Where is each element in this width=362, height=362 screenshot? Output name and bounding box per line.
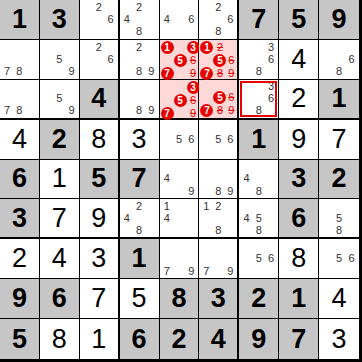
candidate-slot-2 bbox=[333, 200, 346, 212]
candidate-slot-3 bbox=[224, 240, 236, 252]
candidate-slot-5 bbox=[93, 53, 105, 65]
candidate-5: 5 bbox=[256, 213, 262, 224]
cell-r4c9[interactable]: 7 bbox=[319, 120, 359, 160]
candidate-slot-8: 8 bbox=[133, 224, 145, 236]
cell-r8c2[interactable]: 6 bbox=[40, 279, 80, 319]
candidate-slot-9 bbox=[224, 145, 236, 157]
cell-r2c6[interactable]: 1256789 bbox=[199, 40, 239, 80]
candidate-slot-2 bbox=[13, 41, 25, 53]
cell-r2c3[interactable]: 26 bbox=[80, 40, 120, 80]
candidate-8: 8 bbox=[136, 66, 142, 77]
cell-r4c3[interactable]: 8 bbox=[80, 120, 120, 160]
candidate-slot-3 bbox=[345, 200, 358, 212]
candidate-slot-9 bbox=[185, 224, 197, 236]
candidate-9: 9 bbox=[69, 105, 75, 116]
candidate-grid: 89 bbox=[120, 80, 159, 118]
candidate-6: 6 bbox=[188, 134, 194, 145]
candidate-slot-8: 8 bbox=[333, 65, 346, 77]
candidate-slot-4: 4 bbox=[240, 212, 252, 224]
candidate-slot-8: 8 bbox=[133, 105, 145, 117]
candidate-slot-2: 2 bbox=[93, 1, 105, 13]
candidate-slot-5: 5 bbox=[174, 94, 187, 107]
candidate-slot-5 bbox=[133, 53, 145, 65]
candidate-4: 4 bbox=[124, 213, 130, 224]
candidate-slot-4: 4 bbox=[121, 13, 133, 25]
given-digit: 5 bbox=[91, 165, 106, 192]
candidate-slot-9 bbox=[265, 185, 277, 197]
cell-r8c8[interactable]: 1 bbox=[279, 279, 319, 319]
candidate-6: 6 bbox=[227, 134, 233, 145]
candidate-slot-9: 9 bbox=[145, 105, 157, 117]
candidate-6: 6 bbox=[227, 14, 233, 25]
candidate-slot-2: 2 bbox=[212, 200, 224, 212]
candidate-slot-1: 1 bbox=[161, 200, 173, 212]
cell-r2c5[interactable]: 135679 bbox=[160, 40, 200, 80]
candidate-slot-1 bbox=[200, 1, 212, 13]
candidate-7: 7 bbox=[4, 66, 10, 77]
candidate-slot-8: 8 bbox=[13, 105, 25, 117]
cell-r6c5[interactable]: 14 bbox=[160, 199, 200, 239]
candidate-slot-8: 8 bbox=[13, 65, 25, 77]
candidate-slot-3 bbox=[224, 161, 236, 173]
cell-r2c4[interactable]: 289 bbox=[120, 40, 160, 80]
cell-r4c1[interactable]: 4 bbox=[0, 120, 40, 160]
candidate-slot-2: 2 bbox=[212, 1, 224, 13]
cell-r9c7[interactable]: 9 bbox=[239, 319, 279, 359]
solved-digit: 3 bbox=[91, 245, 106, 272]
candidate-slot-7 bbox=[121, 26, 133, 38]
candidate-slot-7: 7 bbox=[1, 105, 13, 117]
candidate-grid: 26 bbox=[80, 0, 118, 39]
candidate-slot-9 bbox=[345, 265, 358, 277]
candidate-slot-6: 6 bbox=[187, 54, 200, 67]
candidate-slot-7 bbox=[161, 145, 173, 157]
cell-r6c8[interactable]: 6 bbox=[279, 199, 319, 239]
candidate-slot-8 bbox=[53, 65, 65, 77]
candidate-slot-6 bbox=[224, 173, 236, 185]
candidate-slot-5: 5 bbox=[333, 212, 346, 224]
cell-r1c3[interactable]: 26 bbox=[80, 0, 120, 40]
candidate-slot-3 bbox=[224, 1, 236, 13]
cell-r4c5[interactable]: 56 bbox=[160, 120, 200, 160]
candidate-slot-7 bbox=[81, 65, 93, 77]
cell-r6c1[interactable]: 3 bbox=[0, 199, 40, 239]
candidate-6-eliminated: 6 bbox=[228, 92, 234, 103]
cell-r4c8[interactable]: 9 bbox=[279, 120, 319, 160]
candidate-slot-2 bbox=[53, 41, 65, 53]
candidate-slot-1 bbox=[1, 41, 13, 53]
candidate-grid: 78 bbox=[0, 40, 39, 79]
candidate-3-circled: 3 bbox=[187, 41, 200, 54]
cell-r3c6[interactable]: 56789 bbox=[199, 80, 239, 120]
candidate-slot-5 bbox=[173, 212, 185, 224]
candidate-slot-1 bbox=[200, 121, 212, 133]
candidate-slot-4: 4 bbox=[161, 13, 173, 25]
candidate-slot-8: 8 bbox=[212, 224, 224, 236]
candidate-6: 6 bbox=[108, 54, 114, 65]
candidate-slot-8 bbox=[53, 105, 65, 117]
candidate-1-circled: 1 bbox=[161, 41, 174, 54]
solved-digit: 4 bbox=[291, 46, 306, 73]
candidate-grid: 58 bbox=[319, 199, 359, 237]
candidate-slot-1 bbox=[320, 240, 333, 252]
candidate-2-eliminated: 2 bbox=[217, 42, 223, 53]
candidate-4: 4 bbox=[164, 14, 170, 25]
cell-r8c5[interactable]: 8 bbox=[160, 279, 200, 319]
candidate-slot-6 bbox=[265, 212, 277, 224]
candidate-slot-2: 2 bbox=[133, 200, 145, 212]
candidate-slot-3 bbox=[65, 81, 77, 93]
candidate-slot-7: 7 bbox=[1, 65, 13, 77]
cell-r2c7[interactable]: 368 bbox=[239, 40, 279, 80]
candidate-slot-4 bbox=[161, 54, 174, 67]
candidate-slot-5: 5 bbox=[213, 91, 226, 104]
given-digit: 1 bbox=[332, 85, 347, 112]
solved-digit: 7 bbox=[91, 285, 106, 312]
cell-r5c4[interactable]: 7 bbox=[120, 160, 160, 200]
cell-r9c5[interactable]: 2 bbox=[160, 319, 200, 359]
candidate-slot-9 bbox=[26, 65, 38, 77]
candidate-slot-8: 8 bbox=[213, 67, 226, 80]
cell-r9c8[interactable]: 7 bbox=[279, 319, 319, 359]
cell-r5c9[interactable]: 2 bbox=[319, 160, 359, 200]
cell-r8c9[interactable]: 4 bbox=[319, 279, 359, 319]
given-digit: 6 bbox=[12, 165, 27, 192]
candidate-slot-6: 6 bbox=[185, 13, 197, 25]
candidate-slot-3 bbox=[224, 121, 236, 133]
candidate-grid: 56 bbox=[199, 120, 237, 159]
candidate-slot-9 bbox=[105, 26, 117, 38]
cell-r9c1[interactable]: 5 bbox=[0, 319, 40, 359]
cell-r8c4[interactable]: 5 bbox=[120, 279, 160, 319]
solved-digit: 7 bbox=[52, 205, 67, 232]
cell-r7c5[interactable]: 79 bbox=[160, 239, 200, 279]
candidate-slot-1 bbox=[240, 81, 252, 93]
given-digit: 6 bbox=[291, 205, 306, 232]
candidate-6: 6 bbox=[349, 54, 355, 65]
cell-r5c3[interactable]: 5 bbox=[80, 160, 120, 200]
cell-r7c9[interactable]: 56 bbox=[319, 239, 359, 279]
candidate-3-circled: 3 bbox=[187, 81, 200, 94]
candidate-slot-6 bbox=[185, 212, 197, 224]
candidate-grid: 248 bbox=[120, 199, 159, 237]
candidate-grid: 56 bbox=[319, 239, 359, 278]
cell-r3c3[interactable]: 4 bbox=[80, 80, 120, 120]
solved-digit: 2 bbox=[12, 245, 27, 272]
candidate-2: 2 bbox=[96, 42, 102, 53]
candidate-5: 5 bbox=[336, 253, 342, 264]
candidate-slot-7 bbox=[320, 65, 333, 77]
candidate-slot-9 bbox=[345, 65, 358, 77]
cell-r6c9[interactable]: 58 bbox=[319, 199, 359, 239]
candidate-slot-9 bbox=[265, 65, 277, 77]
cell-r7c1[interactable]: 2 bbox=[0, 239, 40, 279]
candidate-slot-1 bbox=[200, 161, 212, 173]
cell-r1c4[interactable]: 248 bbox=[120, 0, 160, 40]
candidate-slot-3 bbox=[65, 41, 77, 53]
candidate-slot-2 bbox=[333, 240, 346, 252]
candidate-slot-6 bbox=[26, 53, 38, 65]
candidate-slot-7: 7 bbox=[161, 265, 173, 277]
cell-r3c4[interactable]: 89 bbox=[120, 80, 160, 120]
cell-r5c6[interactable]: 89 bbox=[199, 160, 239, 200]
candidate-slot-5 bbox=[13, 93, 25, 105]
candidate-grid: 49 bbox=[160, 160, 199, 199]
cell-r1c6[interactable]: 268 bbox=[199, 0, 239, 40]
given-digit: 7 bbox=[132, 165, 147, 192]
candidate-grid: 368 bbox=[239, 80, 278, 118]
candidate-slot-4: 4 bbox=[121, 212, 133, 224]
candidate-slot-3 bbox=[185, 1, 197, 13]
cell-r2c2[interactable]: 59 bbox=[40, 40, 80, 80]
candidate-slot-6: 6 bbox=[185, 133, 197, 145]
candidate-slot-2 bbox=[253, 41, 265, 53]
candidate-slot-4 bbox=[1, 53, 13, 65]
candidate-slot-3 bbox=[185, 240, 197, 252]
candidate-slot-2 bbox=[212, 161, 224, 173]
cell-r8c1[interactable]: 9 bbox=[0, 279, 40, 319]
candidate-grid: 59 bbox=[40, 40, 79, 79]
candidate-slot-2: 2 bbox=[133, 41, 145, 53]
candidate-2: 2 bbox=[136, 201, 142, 212]
cell-r7c2[interactable]: 4 bbox=[40, 239, 80, 279]
cell-r7c8[interactable]: 8 bbox=[279, 239, 319, 279]
cell-r6c2[interactable]: 7 bbox=[40, 199, 80, 239]
cell-r1c8[interactable]: 5 bbox=[279, 0, 319, 40]
candidate-slot-3 bbox=[226, 81, 236, 91]
candidate-slot-6: 6 bbox=[345, 253, 358, 265]
candidate-8: 8 bbox=[215, 225, 221, 236]
candidate-slot-6: 6 bbox=[226, 54, 236, 67]
given-digit: 2 bbox=[332, 165, 347, 192]
candidate-slot-1 bbox=[41, 41, 53, 53]
cell-r3c9[interactable]: 1 bbox=[319, 80, 359, 120]
cell-r1c9[interactable]: 9 bbox=[319, 0, 359, 40]
candidate-4: 4 bbox=[243, 173, 249, 184]
cell-r9c4[interactable]: 6 bbox=[120, 319, 160, 359]
candidate-slot-7 bbox=[240, 65, 252, 77]
candidate-slot-1 bbox=[240, 200, 252, 212]
cell-r7c4[interactable]: 1 bbox=[120, 239, 160, 279]
candidate-8: 8 bbox=[256, 105, 262, 116]
cell-r7c3[interactable]: 3 bbox=[80, 239, 120, 279]
candidate-slot-1 bbox=[121, 41, 133, 53]
candidate-6-eliminated: 6 bbox=[190, 95, 196, 106]
candidate-slot-4 bbox=[1, 93, 13, 105]
candidate-1-circled: 1 bbox=[200, 41, 213, 54]
candidate-9-eliminated: 9 bbox=[228, 68, 234, 79]
candidate-slot-8 bbox=[173, 265, 185, 277]
candidate-slot-6: 6 bbox=[187, 94, 200, 107]
candidate-slot-2 bbox=[133, 81, 145, 93]
cell-r6c3[interactable]: 9 bbox=[80, 199, 120, 239]
candidate-slot-5 bbox=[253, 53, 265, 65]
cell-r1c1[interactable]: 1 bbox=[0, 0, 40, 40]
cell-r1c2[interactable]: 3 bbox=[40, 0, 80, 40]
candidate-slot-5 bbox=[253, 173, 265, 185]
cell-r1c5[interactable]: 46 bbox=[160, 0, 200, 40]
given-digit: 3 bbox=[291, 165, 306, 192]
candidate-8: 8 bbox=[256, 66, 262, 77]
cell-r9c2[interactable]: 8 bbox=[40, 319, 80, 359]
cell-r7c6[interactable]: 79 bbox=[199, 239, 239, 279]
candidate-5-circled: 5 bbox=[213, 54, 226, 67]
given-digit: 2 bbox=[52, 126, 67, 153]
cell-r2c8[interactable]: 4 bbox=[279, 40, 319, 80]
candidate-slot-4 bbox=[200, 54, 213, 67]
given-digit: 9 bbox=[332, 6, 347, 33]
cell-r3c1[interactable]: 78 bbox=[0, 80, 40, 120]
candidate-slot-7 bbox=[200, 185, 212, 197]
cell-r4c4[interactable]: 3 bbox=[120, 120, 160, 160]
solved-digit: 3 bbox=[332, 326, 347, 353]
cell-r6c4[interactable]: 248 bbox=[120, 199, 160, 239]
candidate-2: 2 bbox=[215, 201, 221, 212]
cell-r8c3[interactable]: 7 bbox=[80, 279, 120, 319]
cell-r1c7[interactable]: 7 bbox=[239, 0, 279, 40]
candidate-slot-2 bbox=[174, 81, 187, 94]
candidate-slot-5 bbox=[212, 212, 224, 224]
candidate-slot-4 bbox=[81, 13, 93, 25]
candidate-slot-7 bbox=[161, 185, 173, 197]
candidate-4: 4 bbox=[124, 14, 130, 25]
candidate-slot-3 bbox=[145, 81, 157, 93]
candidate-grid: 135679 bbox=[160, 40, 199, 79]
candidate-slot-5 bbox=[333, 53, 346, 65]
candidate-9: 9 bbox=[188, 266, 194, 277]
given-digit: 3 bbox=[12, 205, 27, 232]
candidate-slot-1 bbox=[121, 200, 133, 212]
candidate-slot-1 bbox=[41, 81, 53, 93]
candidate-slot-4 bbox=[161, 133, 173, 145]
candidate-grid: 89 bbox=[199, 160, 237, 199]
cell-r9c3[interactable]: 1 bbox=[80, 319, 120, 359]
cell-r2c1[interactable]: 78 bbox=[0, 40, 40, 80]
cell-r9c6[interactable]: 4 bbox=[199, 319, 239, 359]
candidate-9: 9 bbox=[148, 105, 154, 116]
solved-digit: 8 bbox=[291, 245, 306, 272]
candidate-slot-7 bbox=[240, 105, 252, 117]
candidate-8: 8 bbox=[136, 105, 142, 116]
candidate-8: 8 bbox=[336, 225, 342, 236]
candidate-slot-3: 3 bbox=[187, 41, 200, 54]
candidate-slot-7 bbox=[320, 224, 333, 236]
candidate-slot-8 bbox=[333, 265, 346, 277]
cell-r3c2[interactable]: 59 bbox=[40, 80, 80, 120]
cell-r8c7[interactable]: 2 bbox=[239, 279, 279, 319]
candidate-slot-7 bbox=[200, 224, 212, 236]
candidate-slot-3 bbox=[145, 200, 157, 212]
candidate-6: 6 bbox=[268, 93, 274, 104]
candidate-slot-4 bbox=[240, 93, 252, 105]
candidate-slot-7 bbox=[161, 224, 173, 236]
candidate-slot-2 bbox=[13, 81, 25, 93]
candidate-grid: 14 bbox=[160, 199, 199, 237]
candidate-grid: 289 bbox=[120, 40, 159, 79]
candidate-slot-8 bbox=[93, 65, 105, 77]
candidate-slot-7 bbox=[41, 65, 53, 77]
candidate-slot-5 bbox=[133, 93, 145, 105]
candidate-8: 8 bbox=[336, 66, 342, 77]
cell-r3c5[interactable]: 35679 bbox=[160, 80, 200, 120]
candidate-8: 8 bbox=[256, 186, 262, 197]
candidate-slot-7 bbox=[121, 65, 133, 77]
candidate-grid: 268 bbox=[199, 0, 237, 39]
candidate-slot-5 bbox=[212, 13, 224, 25]
candidate-slot-5: 5 bbox=[173, 133, 185, 145]
candidate-slot-5: 5 bbox=[253, 212, 265, 224]
cell-r5c5[interactable]: 49 bbox=[160, 160, 200, 200]
candidate-grid: 79 bbox=[199, 239, 237, 278]
cell-r5c1[interactable]: 6 bbox=[0, 160, 40, 200]
candidate-slot-6: 6 bbox=[265, 253, 277, 265]
candidate-slot-8: 8 bbox=[213, 104, 226, 117]
candidate-8: 8 bbox=[16, 66, 22, 77]
candidate-slot-3 bbox=[145, 1, 157, 13]
cell-r6c7[interactable]: 458 bbox=[239, 199, 279, 239]
cell-r5c7[interactable]: 48 bbox=[239, 160, 279, 200]
candidate-slot-4 bbox=[320, 253, 333, 265]
candidate-3: 3 bbox=[268, 81, 274, 92]
candidate-5: 5 bbox=[336, 213, 342, 224]
candidate-slot-3 bbox=[105, 41, 117, 53]
candidate-grid: 79 bbox=[160, 239, 199, 278]
cell-r4c6[interactable]: 56 bbox=[199, 120, 239, 160]
candidate-slot-4 bbox=[240, 253, 252, 265]
candidate-slot-4: 4 bbox=[161, 173, 173, 185]
candidate-slot-7: 7 bbox=[161, 107, 174, 120]
cell-r3c8[interactable]: 2 bbox=[279, 80, 319, 120]
candidate-slot-1 bbox=[1, 81, 13, 93]
candidate-slot-2 bbox=[253, 240, 265, 252]
candidate-slot-5: 5 bbox=[174, 54, 187, 67]
candidate-slot-6 bbox=[185, 253, 197, 265]
cell-r4c7[interactable]: 1 bbox=[239, 120, 279, 160]
cell-r5c8[interactable]: 3 bbox=[279, 160, 319, 200]
cell-r5c2[interactable]: 1 bbox=[40, 160, 80, 200]
given-digit: 5 bbox=[291, 6, 306, 33]
candidate-grid: 56789 bbox=[199, 80, 237, 118]
candidate-slot-9: 9 bbox=[226, 104, 236, 117]
candidate-6: 6 bbox=[349, 253, 355, 264]
candidate-1: 1 bbox=[164, 201, 170, 212]
cell-r7c7[interactable]: 56 bbox=[239, 239, 279, 279]
candidate-slot-5 bbox=[93, 13, 105, 25]
candidate-slot-1 bbox=[240, 240, 252, 252]
cell-r3c7[interactable]: 368 bbox=[239, 80, 279, 120]
candidate-slot-1 bbox=[161, 1, 173, 13]
candidate-slot-8: 8 bbox=[333, 224, 346, 236]
candidate-6: 6 bbox=[108, 14, 114, 25]
cell-r9c9[interactable]: 3 bbox=[319, 319, 359, 359]
candidate-slot-6: 6 bbox=[224, 133, 236, 145]
candidate-slot-4 bbox=[121, 53, 133, 65]
candidate-slot-1 bbox=[240, 161, 252, 173]
candidate-slot-7 bbox=[121, 105, 133, 117]
given-digit: 2 bbox=[171, 326, 186, 353]
candidate-slot-1 bbox=[200, 240, 212, 252]
cell-r8c6[interactable]: 3 bbox=[199, 279, 239, 319]
candidate-slot-6 bbox=[265, 173, 277, 185]
candidate-slot-5 bbox=[173, 173, 185, 185]
candidate-4: 4 bbox=[164, 173, 170, 184]
candidate-slot-8: 8 bbox=[253, 185, 265, 197]
cell-r4c2[interactable]: 2 bbox=[40, 120, 80, 160]
cell-r2c9[interactable]: 68 bbox=[319, 40, 359, 80]
candidate-slot-2 bbox=[212, 240, 224, 252]
candidate-slot-6 bbox=[26, 93, 38, 105]
cell-r6c6[interactable]: 128 bbox=[199, 199, 239, 239]
